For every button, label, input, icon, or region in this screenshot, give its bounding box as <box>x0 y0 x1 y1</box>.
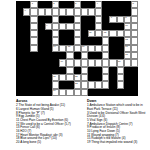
black-cell <box>23 23 30 30</box>
cell-number: 8 <box>125 16 126 19</box>
black-cell <box>38 52 45 59</box>
grid-cell[interactable] <box>81 89 88 96</box>
black-cell <box>88 16 95 23</box>
black-cell <box>88 67 95 74</box>
cell-number: 19 <box>61 60 64 63</box>
black-cell <box>23 30 30 37</box>
cell-number: 3 <box>75 2 76 5</box>
grid-cell[interactable] <box>124 30 131 37</box>
black-cell <box>102 8 109 15</box>
black-cell <box>109 8 116 15</box>
grid-cell[interactable] <box>66 52 73 59</box>
black-cell <box>95 74 102 81</box>
black-cell <box>38 23 45 30</box>
grid-cell[interactable]: 14 <box>52 45 59 52</box>
black-cell <box>102 23 109 30</box>
cell-number: 4 <box>96 2 97 5</box>
cell-number: 10 <box>125 24 128 27</box>
black-cell <box>109 67 116 74</box>
black-cell <box>81 16 88 23</box>
grid-cell[interactable] <box>131 8 138 15</box>
black-cell <box>45 45 52 52</box>
grid-cell[interactable] <box>109 30 116 37</box>
grid-cell[interactable] <box>66 59 73 66</box>
black-cell <box>117 8 124 15</box>
cell-number: 9 <box>46 24 47 27</box>
black-cell <box>66 16 73 23</box>
grid-cell[interactable] <box>95 23 102 30</box>
black-cell <box>23 52 30 59</box>
black-cell <box>124 74 131 81</box>
grid-cell[interactable] <box>66 23 73 30</box>
grid-cell[interactable]: 10 <box>124 23 131 30</box>
black-cell <box>38 45 45 52</box>
black-cell <box>117 52 124 59</box>
grid-cell[interactable] <box>59 89 66 96</box>
grid-cell[interactable] <box>45 8 52 15</box>
cell-number: 17 <box>125 45 128 48</box>
grid-cell[interactable] <box>102 59 109 66</box>
grid-cell[interactable] <box>95 45 102 52</box>
black-cell <box>124 8 131 15</box>
black-cell <box>38 67 45 74</box>
grid-cell[interactable] <box>52 8 59 15</box>
black-cell <box>23 81 30 88</box>
black-cell <box>38 37 45 44</box>
grid-cell[interactable] <box>66 67 73 74</box>
black-cell <box>88 23 95 30</box>
black-cell <box>45 30 52 37</box>
black-cell <box>16 23 23 30</box>
grid-cell[interactable] <box>117 81 124 88</box>
grid-cell[interactable] <box>102 52 109 59</box>
grid-cell[interactable] <box>30 16 37 23</box>
grid-cell[interactable]: 8 <box>124 16 131 23</box>
grid-cell[interactable] <box>102 37 109 44</box>
black-cell <box>45 89 52 96</box>
black-cell <box>102 1 109 8</box>
grid-cell[interactable] <box>81 74 88 81</box>
grid-cell[interactable] <box>102 74 109 81</box>
black-cell <box>109 37 116 44</box>
cell-number: 24 <box>53 89 56 92</box>
black-cell <box>45 59 52 66</box>
black-cell <box>23 16 30 23</box>
grid-cell[interactable] <box>74 16 81 23</box>
grid-cell[interactable] <box>81 81 88 88</box>
grid-cell[interactable] <box>74 37 81 44</box>
grid-cell[interactable] <box>59 23 66 30</box>
grid-cell[interactable] <box>52 37 59 44</box>
black-cell <box>38 59 45 66</box>
black-cell <box>81 30 88 37</box>
grid-cell[interactable] <box>102 81 109 88</box>
black-cell <box>16 16 23 23</box>
black-cell <box>45 1 52 8</box>
grid-cell[interactable] <box>38 8 45 15</box>
cell-number: 16 <box>82 45 85 48</box>
black-cell <box>45 16 52 23</box>
black-cell <box>124 81 131 88</box>
across-clue-list: 2 The State of not being Awake (11)6 Lar… <box>16 104 85 144</box>
grid-cell[interactable] <box>95 59 102 66</box>
clue-item: 19 Thing that impaled into wound (3) <box>87 141 148 145</box>
grid-cell[interactable]: 2 <box>52 1 59 8</box>
black-cell <box>117 89 124 96</box>
black-cell <box>45 52 52 59</box>
black-cell <box>38 1 45 8</box>
black-cell <box>16 1 23 8</box>
black-cell <box>66 81 73 88</box>
black-cell <box>23 45 30 52</box>
black-cell <box>74 67 81 74</box>
down-clue-list: 1 Ambulance Station which used to be in … <box>87 104 148 144</box>
black-cell <box>16 67 23 74</box>
black-cell <box>38 81 45 88</box>
grid-cell[interactable] <box>109 59 116 66</box>
grid-cell[interactable] <box>66 89 73 96</box>
black-cell <box>124 89 131 96</box>
grid-cell[interactable] <box>131 52 138 59</box>
black-cell <box>45 74 52 81</box>
grid-cell[interactable] <box>74 23 81 30</box>
grid-cell[interactable] <box>131 37 138 44</box>
grid-cell[interactable] <box>131 59 138 66</box>
black-cell <box>38 30 45 37</box>
black-cell <box>16 8 23 15</box>
black-cell <box>117 45 124 52</box>
black-cell <box>52 67 59 74</box>
clue-item: 20 A long bone (5) <box>16 141 85 145</box>
black-cell <box>59 81 66 88</box>
grid-cell[interactable]: 11 <box>88 30 95 37</box>
black-cell <box>30 74 37 81</box>
cell-number: 13 <box>125 38 128 41</box>
grid-cell[interactable] <box>131 16 138 23</box>
crossword-grid[interactable]: 123456789101112131415161718192021222324 <box>16 1 138 96</box>
down-clues-section: Down 1 Ambulance Station which used to b… <box>87 100 148 145</box>
grid-cell[interactable] <box>88 45 95 52</box>
grid-cell[interactable] <box>117 30 124 37</box>
grid-cell[interactable] <box>59 45 66 52</box>
grid-cell[interactable] <box>131 30 138 37</box>
black-cell <box>66 1 73 8</box>
black-cell <box>30 52 37 59</box>
grid-cell[interactable] <box>117 67 124 74</box>
grid-cell[interactable] <box>117 16 124 23</box>
grid-cell[interactable] <box>74 89 81 96</box>
cell-number: 7 <box>111 16 112 19</box>
grid-cell[interactable] <box>124 59 131 66</box>
black-cell <box>38 16 45 23</box>
black-cell <box>16 37 23 44</box>
cell-number: 23 <box>75 82 78 85</box>
black-cell <box>30 81 37 88</box>
black-cell <box>59 37 66 44</box>
black-cell <box>81 1 88 8</box>
black-cell <box>117 37 124 44</box>
grid-cell[interactable] <box>95 16 102 23</box>
grid-cell[interactable] <box>30 37 37 44</box>
grid-cell[interactable]: 17 <box>124 45 131 52</box>
black-cell <box>117 23 124 30</box>
black-cell <box>30 89 37 96</box>
grid-cell[interactable] <box>30 45 37 52</box>
grid-cell[interactable]: 23 <box>74 81 81 88</box>
black-cell <box>16 59 23 66</box>
cell-number: 11 <box>89 31 91 34</box>
grid-cell[interactable]: 20 <box>117 59 124 66</box>
grid-cell[interactable] <box>52 16 59 23</box>
cell-number: 20 <box>118 60 121 63</box>
grid-cell[interactable] <box>102 45 109 52</box>
grid-cell[interactable] <box>52 23 59 30</box>
black-cell <box>45 67 52 74</box>
grid-cell[interactable] <box>81 67 88 74</box>
black-cell <box>109 1 116 8</box>
black-cell <box>131 74 138 81</box>
black-cell <box>23 67 30 74</box>
grid-cell[interactable] <box>59 74 66 81</box>
grid-cell[interactable]: 9 <box>45 23 52 30</box>
black-cell <box>95 52 102 59</box>
cell-number: 15 <box>68 45 71 48</box>
black-cell <box>59 67 66 74</box>
black-cell <box>109 74 116 81</box>
grid-cell[interactable] <box>74 30 81 37</box>
cell-number: 22 <box>75 75 78 78</box>
cell-number: 1 <box>32 2 33 5</box>
black-cell <box>109 23 116 30</box>
grid-cell[interactable] <box>131 45 138 52</box>
black-cell <box>23 74 30 81</box>
grid-cell[interactable]: 12 <box>102 30 109 37</box>
black-cell <box>88 1 95 8</box>
grid-cell[interactable]: 19 <box>59 59 66 66</box>
grid-cell[interactable] <box>74 59 81 66</box>
grid-cell[interactable]: 18 <box>124 52 131 59</box>
grid-cell[interactable] <box>66 74 73 81</box>
grid-cell[interactable] <box>59 8 66 15</box>
grid-cell[interactable] <box>74 8 81 15</box>
grid-cell[interactable] <box>52 30 59 37</box>
black-cell <box>95 67 102 74</box>
black-cell <box>45 37 52 44</box>
black-cell <box>45 81 52 88</box>
grid-cell[interactable] <box>30 8 37 15</box>
grid-cell[interactable]: 24 <box>52 89 59 96</box>
black-cell <box>38 74 45 81</box>
grid-cell[interactable]: 13 <box>124 37 131 44</box>
cell-number: 5 <box>132 2 133 5</box>
black-cell <box>131 81 138 88</box>
black-cell <box>23 59 30 66</box>
black-cell <box>23 1 30 8</box>
black-cell <box>88 74 95 81</box>
black-cell <box>66 37 73 44</box>
cell-number: 6 <box>25 9 26 12</box>
black-cell <box>59 30 66 37</box>
grid-cell[interactable]: 21 <box>52 74 59 81</box>
black-cell <box>81 37 88 44</box>
cell-number: 21 <box>53 75 56 78</box>
grid-cell[interactable] <box>52 81 59 88</box>
grid-cell[interactable]: 6 <box>23 8 30 15</box>
grid-cell[interactable] <box>30 23 37 30</box>
black-cell <box>102 89 109 96</box>
black-cell <box>95 37 102 44</box>
black-cell <box>16 45 23 52</box>
black-cell <box>88 37 95 44</box>
cell-number: 12 <box>104 31 107 34</box>
black-cell <box>109 81 116 88</box>
grid-cell[interactable] <box>74 45 81 52</box>
black-cell <box>59 16 66 23</box>
grid-cell[interactable] <box>102 67 109 74</box>
black-cell <box>66 30 73 37</box>
grid-cell[interactable] <box>81 52 88 59</box>
black-cell <box>16 30 23 37</box>
black-cell <box>52 52 59 59</box>
black-cell <box>124 67 131 74</box>
grid-cell[interactable] <box>88 8 95 15</box>
black-cell <box>109 45 116 52</box>
black-cell <box>88 89 95 96</box>
black-cell <box>102 16 109 23</box>
grid-cell[interactable] <box>88 59 95 66</box>
grid-cell[interactable] <box>95 81 102 88</box>
black-cell <box>81 23 88 30</box>
black-cell <box>59 52 66 59</box>
black-cell <box>109 52 116 59</box>
black-cell <box>16 74 23 81</box>
grid-cell[interactable]: 5 <box>131 1 138 8</box>
grid-cell[interactable] <box>66 8 73 15</box>
grid-cell[interactable]: 22 <box>74 74 81 81</box>
black-cell <box>30 67 37 74</box>
grid-cell[interactable]: 7 <box>109 16 116 23</box>
grid-cell[interactable] <box>88 81 95 88</box>
black-cell <box>88 52 95 59</box>
grid-cell[interactable] <box>95 8 102 15</box>
black-cell <box>131 67 138 74</box>
grid-cell[interactable] <box>81 8 88 15</box>
black-cell <box>131 89 138 96</box>
black-cell <box>109 89 116 96</box>
across-clues-section: Across 2 The State of not being Awake (1… <box>16 100 85 145</box>
cell-number: 14 <box>53 45 56 48</box>
grid-cell[interactable] <box>131 23 138 30</box>
grid-cell[interactable]: 4 <box>95 1 102 8</box>
black-cell <box>124 1 131 8</box>
black-cell <box>16 81 23 88</box>
black-cell <box>16 89 23 96</box>
black-cell <box>95 89 102 96</box>
grid-cell[interactable] <box>30 30 37 37</box>
black-cell <box>59 1 66 8</box>
black-cell <box>38 89 45 96</box>
grid-cell[interactable] <box>81 59 88 66</box>
grid-cell[interactable]: 16 <box>81 45 88 52</box>
black-cell <box>117 1 124 8</box>
grid-cell[interactable] <box>95 30 102 37</box>
black-cell <box>16 52 23 59</box>
black-cell <box>30 59 37 66</box>
cell-number: 2 <box>53 2 54 5</box>
grid-cell[interactable]: 1 <box>30 1 37 8</box>
black-cell <box>52 59 59 66</box>
cell-number: 18 <box>125 53 128 56</box>
grid-cell[interactable]: 3 <box>74 1 81 8</box>
black-cell <box>23 37 30 44</box>
black-cell <box>23 89 30 96</box>
black-cell <box>74 52 81 59</box>
grid-cell[interactable]: 15 <box>66 45 73 52</box>
grid-cell[interactable] <box>117 74 124 81</box>
